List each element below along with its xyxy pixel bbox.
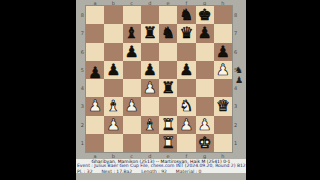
black-pawn-g7: ♟ — [198, 24, 212, 42]
game-meta-line: Pl. : 32Next : 17.Ba2Length : 92Material… — [77, 169, 245, 174]
square-d5: ♟ — [141, 61, 159, 79]
meta-item-1: Next : 17.Ba2 — [102, 169, 133, 174]
square-g5 — [196, 61, 214, 79]
rank-label-2: 2 — [76, 116, 86, 134]
black-rook-e4: ♜ — [161, 79, 175, 97]
rank-labels-left: 87654321 — [76, 6, 86, 152]
black-king-g8: ♚ — [198, 6, 212, 24]
square-a2 — [86, 116, 104, 134]
square-d3 — [141, 97, 159, 115]
square-b1 — [104, 134, 122, 152]
square-b2: ♟ — [104, 116, 122, 134]
square-b4 — [104, 79, 122, 97]
square-f6 — [177, 43, 195, 61]
square-g6 — [196, 43, 214, 61]
white-pawn-d4: ♟ — [143, 79, 157, 97]
square-a3: ♟ — [86, 97, 104, 115]
square-b5: ♟ — [104, 61, 122, 79]
square-h6: ♟ — [214, 43, 232, 61]
square-c5 — [123, 61, 141, 79]
square-b6 — [104, 43, 122, 61]
white-pawn-a3: ♟ — [88, 97, 102, 115]
white-pawn-f2: ♟ — [179, 116, 193, 134]
square-c6: ♟ — [123, 43, 141, 61]
square-h5: ♟ — [214, 61, 232, 79]
rank-label-8: 8 — [232, 6, 242, 24]
rank-label-8: 8 — [76, 6, 86, 24]
black-bishop-c7: ♝ — [125, 24, 139, 42]
white-knight-f3: ♞ — [179, 97, 193, 115]
meta-item-3: Material : 0 — [176, 169, 202, 174]
square-c7: ♝ — [123, 24, 141, 42]
square-g2: ♟ — [196, 116, 214, 134]
game-caption: Gharibyan, Mamikon (2513) -- Martirosyan… — [76, 159, 246, 173]
square-g7: ♟ — [196, 24, 214, 42]
captured-knight-icon: ♞ — [235, 65, 243, 75]
square-h2 — [214, 116, 232, 134]
square-e7: ♞ — [159, 24, 177, 42]
black-knight-e7: ♞ — [161, 24, 175, 42]
square-f8: ♞ — [177, 6, 195, 24]
square-e2: ♜ — [159, 116, 177, 134]
rank-label-6: 6 — [232, 43, 242, 61]
square-a1 — [86, 134, 104, 152]
black-pawn-d5: ♟ — [143, 61, 157, 79]
square-g3 — [196, 97, 214, 115]
square-d6 — [141, 43, 159, 61]
rank-label-7: 7 — [232, 24, 242, 42]
square-d1 — [141, 134, 159, 152]
square-e8 — [159, 6, 177, 24]
square-b7 — [104, 24, 122, 42]
video-frame-letterboxed: abcdefgh 87654321 87654321 abcdefgh ♞♚♝♜… — [0, 0, 320, 180]
black-pawn-h6: ♟ — [216, 43, 230, 61]
square-g8: ♚ — [196, 6, 214, 24]
square-d2: ♝ — [141, 116, 159, 134]
square-f7: ♛ — [177, 24, 195, 42]
black-queen-f7: ♛ — [179, 24, 193, 42]
rank-label-3: 3 — [232, 97, 242, 115]
white-pawn-g2: ♟ — [198, 116, 212, 134]
square-h1 — [214, 134, 232, 152]
rank-label-6: 6 — [76, 43, 86, 61]
white-pawn-h5: ♟ — [216, 61, 230, 79]
square-a6 — [86, 43, 104, 61]
rank-label-1: 1 — [232, 134, 242, 152]
white-king-g1: ♚ — [198, 134, 212, 152]
white-pawn-c3: ♟ — [125, 97, 139, 115]
rank-label-2: 2 — [232, 116, 242, 134]
square-a7 — [86, 24, 104, 42]
black-rook-d7: ♜ — [143, 24, 157, 42]
square-c8 — [123, 6, 141, 24]
square-c3: ♟ — [123, 97, 141, 115]
rank-label-1: 1 — [76, 134, 86, 152]
square-g1: ♚ — [196, 134, 214, 152]
square-e4: ♜ — [159, 79, 177, 97]
square-e3 — [159, 97, 177, 115]
captured-pawn-icon: ♟ — [235, 75, 243, 85]
white-queen-h3: ♛ — [216, 97, 230, 115]
square-g4 — [196, 79, 214, 97]
square-c1 — [123, 134, 141, 152]
white-rook-e2: ♜ — [161, 116, 175, 134]
white-pawn-b2: ♟ — [106, 116, 120, 134]
square-d7: ♜ — [141, 24, 159, 42]
square-e6 — [159, 43, 177, 61]
square-b3: ♝ — [104, 97, 122, 115]
rank-label-3: 3 — [76, 97, 86, 115]
square-f3: ♞ — [177, 97, 195, 115]
black-pawn-c6: ♟ — [125, 43, 139, 61]
chess-board: ♞♚♝♜♞♛♟♟♟♟♟♟♟♟♟♜♟♝♟♞♛♟♝♜♟♟♜♚ — [86, 6, 232, 152]
black-knight-f8: ♞ — [179, 6, 193, 24]
square-h4 — [214, 79, 232, 97]
black-pawn-b5: ♟ — [106, 61, 120, 79]
square-h3: ♛ — [214, 97, 232, 115]
square-b8 — [104, 6, 122, 24]
meta-item-2: Length : 92 — [141, 169, 167, 174]
square-f2: ♟ — [177, 116, 195, 134]
rank-label-7: 7 — [76, 24, 86, 42]
captured-pieces-tray: ♞♟ — [232, 65, 246, 85]
square-e1: ♜ — [159, 134, 177, 152]
chess-video-frame: abcdefgh 87654321 87654321 abcdefgh ♞♚♝♜… — [76, 0, 246, 180]
square-f4 — [177, 79, 195, 97]
rank-label-5: 5 — [76, 61, 86, 79]
rank-label-4: 4 — [76, 79, 86, 97]
square-h7 — [214, 24, 232, 42]
square-a4 — [86, 79, 104, 97]
square-f1 — [177, 134, 195, 152]
square-d8 — [141, 6, 159, 24]
square-c2 — [123, 116, 141, 134]
white-bishop-b3: ♝ — [106, 97, 120, 115]
meta-item-0: Pl. : 32 — [77, 169, 93, 174]
square-a5: ♟ — [86, 61, 104, 79]
square-d4: ♟ — [141, 79, 159, 97]
square-h8 — [214, 6, 232, 24]
square-f5: ♟ — [177, 61, 195, 79]
square-a8 — [86, 6, 104, 24]
white-rook-e1: ♜ — [161, 134, 175, 152]
white-bishop-d2: ♝ — [143, 116, 157, 134]
square-e5 — [159, 61, 177, 79]
black-pawn-f5: ♟ — [179, 61, 193, 79]
square-c4 — [123, 79, 141, 97]
